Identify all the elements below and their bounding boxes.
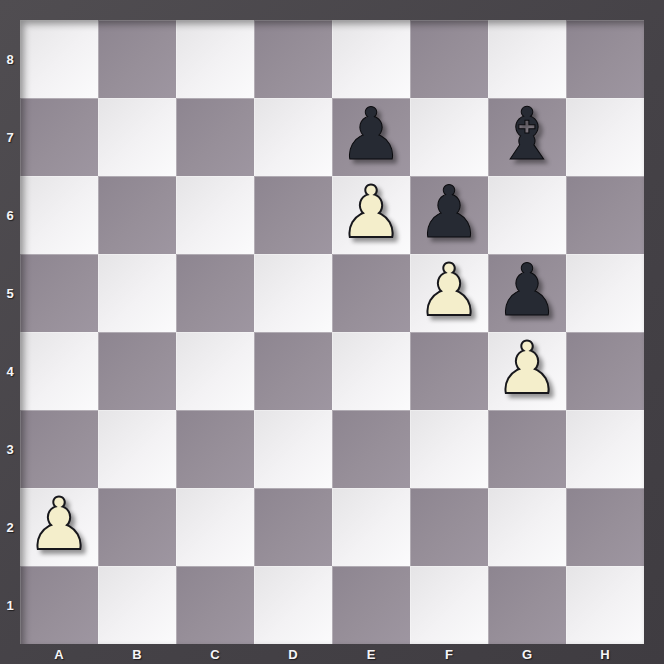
square-e2[interactable]	[332, 488, 410, 566]
square-b5[interactable]	[98, 254, 176, 332]
black-bishop[interactable]: ♝	[495, 95, 560, 173]
rank-label-5: 5	[0, 254, 20, 332]
square-a7[interactable]	[20, 98, 98, 176]
square-f4[interactable]	[410, 332, 488, 410]
square-e4[interactable]	[332, 332, 410, 410]
white-pawn[interactable]: ♟	[27, 485, 92, 563]
black-pawn[interactable]: ♟	[417, 173, 482, 251]
black-pawn[interactable]: ♟	[495, 251, 560, 329]
square-f7[interactable]	[410, 98, 488, 176]
square-h4[interactable]	[566, 332, 644, 410]
file-label-f: F	[410, 644, 488, 664]
rank-label-4: 4	[0, 332, 20, 410]
square-c2[interactable]	[176, 488, 254, 566]
square-a4[interactable]	[20, 332, 98, 410]
square-g2[interactable]	[488, 488, 566, 566]
square-b7[interactable]	[98, 98, 176, 176]
square-d6[interactable]	[254, 176, 332, 254]
square-b2[interactable]	[98, 488, 176, 566]
square-b8[interactable]	[98, 20, 176, 98]
file-label-e: E	[332, 644, 410, 664]
square-h5[interactable]	[566, 254, 644, 332]
chess-board[interactable]: ♟♝♟♟♟♟♟♟	[20, 20, 644, 644]
square-g5[interactable]: ♟	[488, 254, 566, 332]
file-label-c: C	[176, 644, 254, 664]
square-f5[interactable]: ♟	[410, 254, 488, 332]
square-d5[interactable]	[254, 254, 332, 332]
square-c7[interactable]	[176, 98, 254, 176]
file-labels: ABCDEFGH	[20, 644, 644, 664]
white-pawn[interactable]: ♟	[339, 173, 404, 251]
square-h2[interactable]	[566, 488, 644, 566]
chess-board-frame: 87654321 ♟♝♟♟♟♟♟♟ ABCDEFGH	[0, 0, 664, 664]
file-label-b: B	[98, 644, 176, 664]
square-e6[interactable]: ♟	[332, 176, 410, 254]
square-h8[interactable]	[566, 20, 644, 98]
black-pawn[interactable]: ♟	[339, 95, 404, 173]
square-d3[interactable]	[254, 410, 332, 488]
square-f6[interactable]: ♟	[410, 176, 488, 254]
rank-label-2: 2	[0, 488, 20, 566]
square-f8[interactable]	[410, 20, 488, 98]
square-c5[interactable]	[176, 254, 254, 332]
square-h3[interactable]	[566, 410, 644, 488]
square-f1[interactable]	[410, 566, 488, 644]
square-e7[interactable]: ♟	[332, 98, 410, 176]
square-b4[interactable]	[98, 332, 176, 410]
square-g7[interactable]: ♝	[488, 98, 566, 176]
square-g4[interactable]: ♟	[488, 332, 566, 410]
square-f2[interactable]	[410, 488, 488, 566]
rank-label-7: 7	[0, 98, 20, 176]
square-g3[interactable]	[488, 410, 566, 488]
square-a8[interactable]	[20, 20, 98, 98]
square-a2[interactable]: ♟	[20, 488, 98, 566]
square-b6[interactable]	[98, 176, 176, 254]
square-e5[interactable]	[332, 254, 410, 332]
square-a5[interactable]	[20, 254, 98, 332]
square-h6[interactable]	[566, 176, 644, 254]
square-c8[interactable]	[176, 20, 254, 98]
white-pawn[interactable]: ♟	[417, 251, 482, 329]
square-c4[interactable]	[176, 332, 254, 410]
square-f3[interactable]	[410, 410, 488, 488]
square-a6[interactable]	[20, 176, 98, 254]
white-pawn[interactable]: ♟	[495, 329, 560, 407]
square-e3[interactable]	[332, 410, 410, 488]
rank-labels: 87654321	[0, 20, 20, 644]
square-a3[interactable]	[20, 410, 98, 488]
file-label-d: D	[254, 644, 332, 664]
square-g1[interactable]	[488, 566, 566, 644]
square-g6[interactable]	[488, 176, 566, 254]
square-c3[interactable]	[176, 410, 254, 488]
square-a1[interactable]	[20, 566, 98, 644]
square-e8[interactable]	[332, 20, 410, 98]
square-c6[interactable]	[176, 176, 254, 254]
square-e1[interactable]	[332, 566, 410, 644]
file-label-h: H	[566, 644, 644, 664]
square-g8[interactable]	[488, 20, 566, 98]
rank-label-6: 6	[0, 176, 20, 254]
square-h7[interactable]	[566, 98, 644, 176]
rank-label-8: 8	[0, 20, 20, 98]
file-label-g: G	[488, 644, 566, 664]
square-d1[interactable]	[254, 566, 332, 644]
square-h1[interactable]	[566, 566, 644, 644]
rank-label-1: 1	[0, 566, 20, 644]
square-b1[interactable]	[98, 566, 176, 644]
file-label-a: A	[20, 644, 98, 664]
rank-label-3: 3	[0, 410, 20, 488]
square-d2[interactable]	[254, 488, 332, 566]
square-d7[interactable]	[254, 98, 332, 176]
square-d4[interactable]	[254, 332, 332, 410]
square-c1[interactable]	[176, 566, 254, 644]
square-b3[interactable]	[98, 410, 176, 488]
square-d8[interactable]	[254, 20, 332, 98]
